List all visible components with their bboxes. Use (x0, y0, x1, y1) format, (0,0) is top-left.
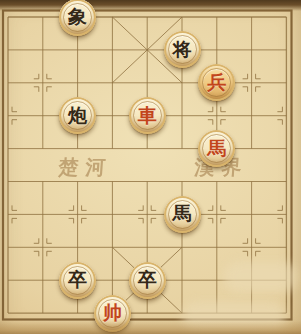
piece-black-general[interactable]: 将 (164, 31, 201, 68)
piece-glyph: 兵 (198, 64, 235, 101)
piece-glyph: 馬 (198, 130, 235, 167)
xiangqi-app-screen: 楚河 漢界 象将兵炮車馬馬卒卒帅 (0, 0, 301, 334)
piece-red-chariot[interactable]: 車 (129, 97, 166, 134)
piece-black-horse[interactable]: 馬 (164, 196, 201, 233)
piece-black-cannon[interactable]: 炮 (59, 97, 96, 134)
watermark-smudge-1 (224, 262, 298, 292)
piece-glyph: 卒 (59, 262, 96, 299)
piece-black-elephant[interactable]: 象 (59, 0, 96, 36)
piece-glyph: 炮 (59, 97, 96, 134)
piece-glyph: 車 (129, 97, 166, 134)
piece-glyph: 将 (164, 31, 201, 68)
piece-black-soldier-left[interactable]: 卒 (59, 262, 96, 299)
piece-glyph: 馬 (164, 196, 201, 233)
piece-glyph: 卒 (129, 262, 166, 299)
piece-red-soldier[interactable]: 兵 (198, 64, 235, 101)
piece-black-soldier-right[interactable]: 卒 (129, 262, 166, 299)
piece-red-horse[interactable]: 馬 (198, 130, 235, 167)
piece-glyph: 象 (59, 0, 96, 36)
table-edge-bottom (0, 321, 301, 334)
